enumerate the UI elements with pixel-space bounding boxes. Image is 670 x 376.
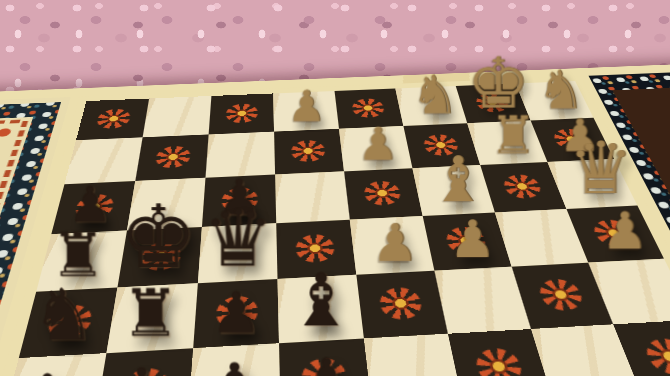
flower-motif	[291, 140, 326, 163]
square-g5	[495, 209, 588, 267]
square-b4: ♜	[106, 283, 197, 353]
square-a8	[76, 99, 149, 141]
light-pawn-piece: ♟	[601, 205, 647, 256]
chessboard: ♟♞♚♞♟♜♟♟♟♝♛♜♚♛♟♟♟♞♜♟♝♟♟♟♟	[0, 81, 670, 376]
square-b3: ♟	[94, 348, 194, 376]
square-d7	[274, 129, 344, 175]
flower-motif	[226, 103, 258, 123]
square-c5: ♛	[198, 223, 278, 283]
square-d6	[275, 171, 350, 223]
flower-motif	[95, 108, 132, 129]
flower-motif	[641, 338, 670, 376]
light-pawn-piece: ♟	[371, 217, 418, 269]
square-c3: ♟	[188, 343, 281, 376]
flower-motif	[378, 287, 424, 321]
light-pawn-piece: ♟	[449, 213, 495, 265]
dark-rook-piece: ♜	[121, 280, 180, 346]
square-d8: ♟	[273, 91, 339, 132]
dark-knight-piece: ♞	[32, 279, 96, 351]
flower-motif	[155, 146, 192, 169]
dark-bishop-piece: ♝	[288, 263, 354, 336]
square-a4: ♞	[19, 287, 118, 358]
square-b7	[135, 134, 208, 181]
flower-motif	[351, 98, 385, 118]
ornate-chess-board: ♟♞♚♞♟♜♟♟♟♝♛♜♚♛♟♟♟♞♜♟♝♟♟♟♟	[0, 58, 670, 376]
dark-pawn-piece: ♟	[114, 360, 169, 376]
square-e4	[356, 271, 448, 339]
dark-pawn-piece: ♟	[299, 349, 354, 376]
dark-pawn-piece: ♟	[207, 354, 262, 376]
square-c4: ♟	[193, 279, 279, 348]
light-pawn-piece: ♟	[357, 121, 398, 167]
light-bishop-piece: ♝	[430, 148, 486, 211]
square-c8	[209, 93, 274, 134]
square-e5: ♟	[350, 216, 435, 275]
board-3d: ♟♞♚♞♟♜♟♟♟♝♛♜♚♛♟♟♟♞♜♟♝♟♟♟♟	[0, 58, 670, 376]
flower-motif	[473, 347, 526, 376]
dark-king-piece: ♚	[119, 194, 197, 281]
light-knight-piece: ♞	[411, 68, 459, 121]
square-e3	[364, 334, 464, 376]
dark-pawn-piece: ♟	[211, 284, 262, 341]
light-rook-piece: ♜	[490, 109, 537, 161]
dark-pawn-piece: ♟	[19, 365, 75, 376]
square-a3: ♟	[0, 353, 106, 376]
scene: ♟♞♚♞♟♜♟♟♟♝♛♜♚♛♟♟♟♞♜♟♝♟♟♟♟	[0, 0, 670, 376]
checkerboard-frame: ♟♞♚♞♟♜♟♟♟♝♛♜♚♛♟♟♟♞♜♟♝♟♟♟♟	[0, 76, 670, 376]
light-queen-piece: ♛	[568, 132, 633, 204]
square-d3: ♟	[279, 339, 373, 376]
flower-motif	[501, 174, 544, 199]
flower-motif	[536, 278, 587, 311]
square-f8: ♞	[395, 86, 467, 126]
light-pawn-piece: ♟	[287, 84, 326, 127]
flower-motif	[363, 180, 402, 206]
square-b8	[143, 96, 212, 137]
square-d4: ♝	[278, 275, 364, 344]
square-e7: ♟	[339, 126, 412, 171]
dark-queen-piece: ♛	[203, 198, 274, 277]
